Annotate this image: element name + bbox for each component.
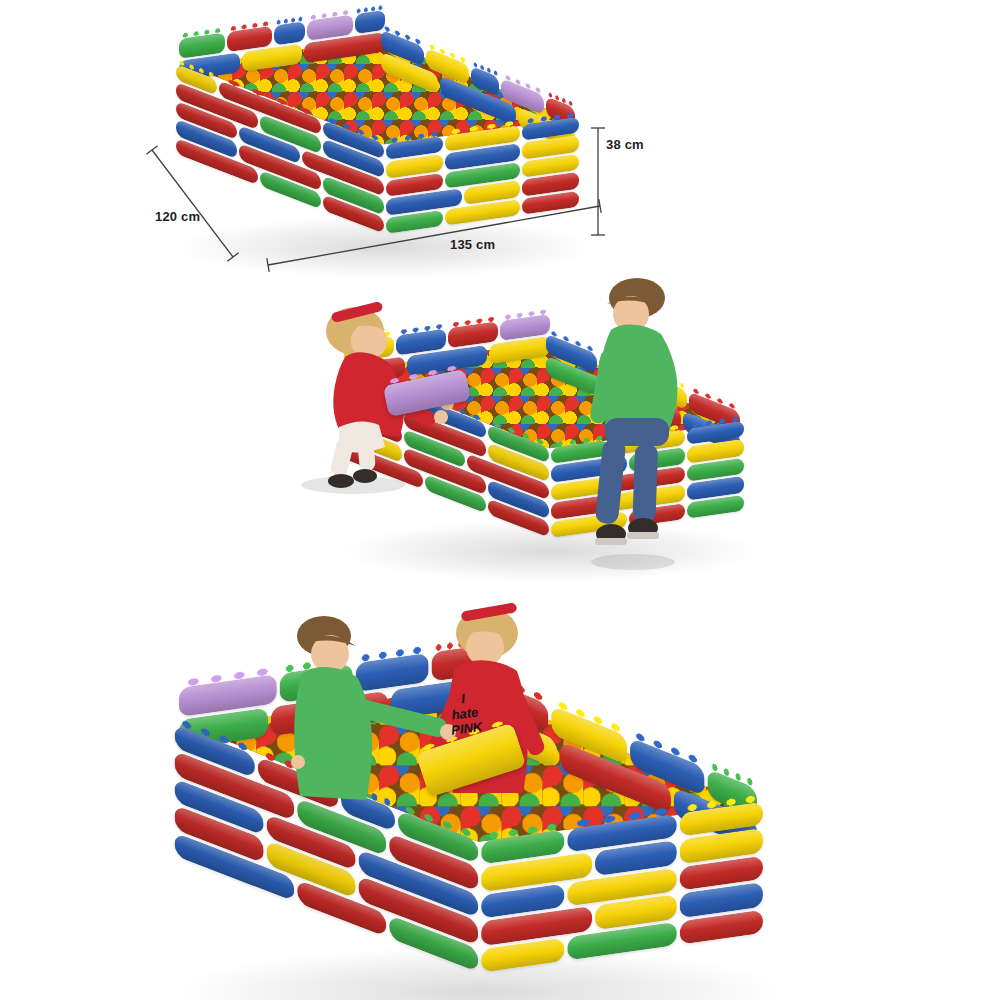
lifestyle-view-sitting [290, 262, 770, 592]
height-dimension-label: 38 cm [606, 137, 644, 152]
depth-dimension-label: 120 cm [155, 209, 200, 224]
width-dimension-label: 135 cm [450, 237, 495, 252]
boy-figure [545, 272, 735, 572]
product-photo-canvas: 120 cm 135 cm 38 cm [0, 0, 1000, 1000]
lifestyle-view-inside: I hate PINK [120, 592, 800, 1000]
dimension-view: 120 cm 135 cm 38 cm [130, 10, 670, 300]
dimension-lines [130, 10, 670, 300]
